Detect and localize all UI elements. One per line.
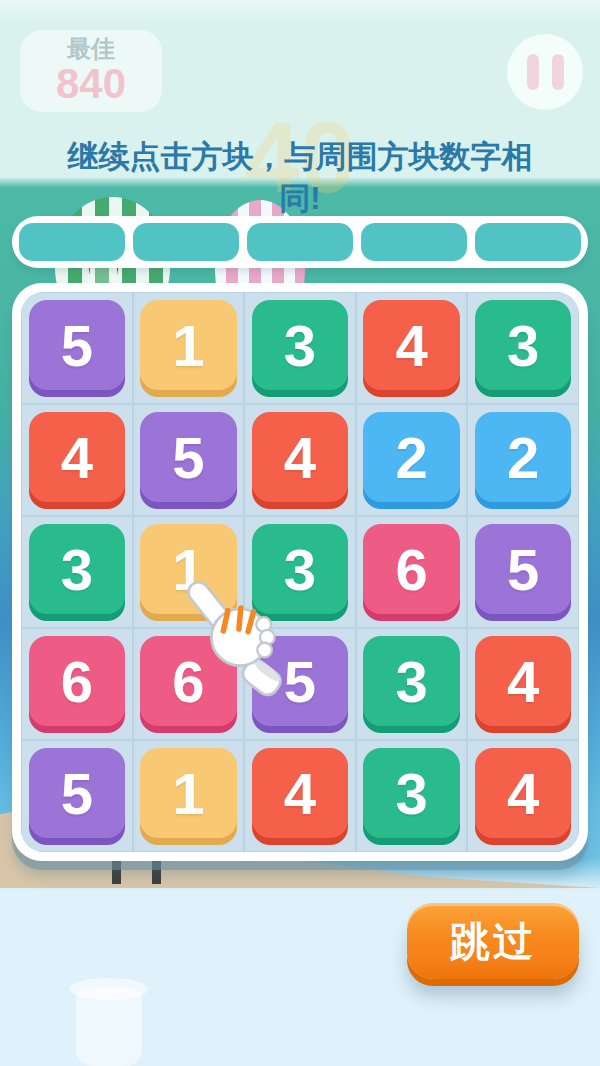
tile-grid: 5134345422313656653451434: [21, 292, 579, 852]
tile-r4c1-value-6[interactable]: 6: [29, 636, 125, 726]
pause-icon: [527, 54, 539, 90]
cell-r3c1: 3: [21, 516, 133, 628]
cell-r3c4: 6: [356, 516, 468, 628]
tile-r5c2-value-1[interactable]: 1: [140, 748, 236, 838]
cell-r4c1: 6: [21, 628, 133, 740]
tile-r2c2-value-5[interactable]: 5: [140, 412, 236, 502]
game-screen: 最佳 840 40 继续点击方块，与周围方块数字相同! 513434542231…: [0, 0, 600, 1066]
skip-button-label: 跳过: [450, 914, 536, 969]
cell-r5c2: 1: [133, 740, 245, 852]
cell-r1c1: 5: [21, 292, 133, 404]
progress-segment-3: [247, 223, 353, 261]
cell-r4c4: 3: [356, 628, 468, 740]
cell-r1c4: 4: [356, 292, 468, 404]
game-board: 5134345422313656653451434: [12, 283, 588, 861]
tile-r5c3-value-4[interactable]: 4: [252, 748, 348, 838]
progress-segment-4: [361, 223, 467, 261]
tile-r3c4-value-6[interactable]: 6: [363, 524, 459, 614]
skip-button[interactable]: 跳过: [407, 903, 579, 979]
best-score-value: 840: [56, 62, 126, 106]
pointing-hand-icon: [183, 578, 293, 702]
tile-r4c4-value-3[interactable]: 3: [363, 636, 459, 726]
tile-r3c5-value-5[interactable]: 5: [475, 524, 571, 614]
cell-r2c1: 4: [21, 404, 133, 516]
tile-r2c3-value-4[interactable]: 4: [252, 412, 348, 502]
best-score-label: 最佳: [67, 36, 115, 61]
beach-bucket: [76, 988, 142, 1066]
tile-r2c1-value-4[interactable]: 4: [29, 412, 125, 502]
cell-r5c1: 5: [21, 740, 133, 852]
cell-r3c5: 5: [467, 516, 579, 628]
tile-r2c5-value-2[interactable]: 2: [475, 412, 571, 502]
tutorial-instruction: 继续点击方块，与周围方块数字相同!: [60, 136, 540, 220]
best-score-badge: 最佳 840: [20, 30, 162, 112]
tile-r5c4-value-3[interactable]: 3: [363, 748, 459, 838]
cell-r2c4: 2: [356, 404, 468, 516]
tile-r5c1-value-5[interactable]: 5: [29, 748, 125, 838]
tile-r3c1-value-3[interactable]: 3: [29, 524, 125, 614]
progress-segment-5: [475, 223, 581, 261]
tile-r1c3-value-3[interactable]: 3: [252, 300, 348, 390]
tile-r1c4-value-4[interactable]: 4: [363, 300, 459, 390]
pause-button[interactable]: [507, 34, 583, 110]
progress-segment-1: [19, 223, 125, 261]
tile-r4c5-value-4[interactable]: 4: [475, 636, 571, 726]
cell-r1c3: 3: [244, 292, 356, 404]
cell-r4c5: 4: [467, 628, 579, 740]
tile-r1c1-value-5[interactable]: 5: [29, 300, 125, 390]
pause-icon: [552, 54, 564, 90]
cell-r2c3: 4: [244, 404, 356, 516]
tile-r2c4-value-2[interactable]: 2: [363, 412, 459, 502]
level-progress-bar: [12, 216, 588, 268]
cell-r1c5: 3: [467, 292, 579, 404]
cell-r2c2: 5: [133, 404, 245, 516]
cell-r1c2: 1: [133, 292, 245, 404]
tile-r1c5-value-3[interactable]: 3: [475, 300, 571, 390]
cell-r5c4: 3: [356, 740, 468, 852]
cell-r2c5: 2: [467, 404, 579, 516]
cell-r5c5: 4: [467, 740, 579, 852]
tile-r1c2-value-1[interactable]: 1: [140, 300, 236, 390]
tile-r5c5-value-4[interactable]: 4: [475, 748, 571, 838]
progress-segment-2: [133, 223, 239, 261]
cell-r5c3: 4: [244, 740, 356, 852]
